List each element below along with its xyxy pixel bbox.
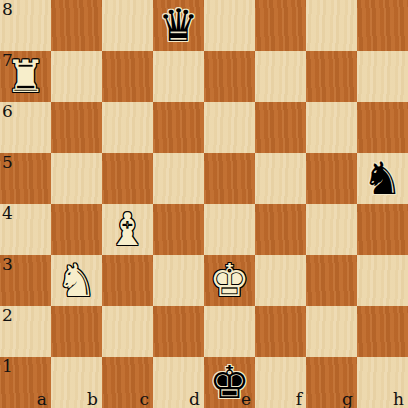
square-f4[interactable] bbox=[255, 204, 306, 255]
square-e4[interactable] bbox=[204, 204, 255, 255]
square-b5[interactable] bbox=[51, 153, 102, 204]
rank-label-6: 6 bbox=[2, 103, 13, 120]
file-label-b: b bbox=[87, 391, 98, 408]
square-b3[interactable]: ♞ bbox=[51, 255, 102, 306]
square-d6[interactable] bbox=[153, 102, 204, 153]
square-f8[interactable] bbox=[255, 0, 306, 51]
square-g3[interactable] bbox=[306, 255, 357, 306]
square-g7[interactable] bbox=[306, 51, 357, 102]
square-c8[interactable] bbox=[102, 0, 153, 51]
square-a8[interactable]: 8 bbox=[0, 0, 51, 51]
square-c3[interactable] bbox=[102, 255, 153, 306]
file-label-f: f bbox=[296, 391, 302, 408]
black-queen-d8[interactable]: ♛ bbox=[158, 0, 198, 51]
file-label-g: g bbox=[342, 391, 353, 408]
file-label-h: h bbox=[393, 391, 404, 408]
square-h2[interactable] bbox=[357, 306, 408, 357]
square-b1[interactable]: b bbox=[51, 357, 102, 408]
chess-board: 8♛7♜65♞4♝3♞♚21abcde♚fgh bbox=[0, 0, 408, 408]
square-g2[interactable] bbox=[306, 306, 357, 357]
square-b6[interactable] bbox=[51, 102, 102, 153]
white-bishop-c4[interactable]: ♝ bbox=[107, 204, 147, 255]
square-c4[interactable]: ♝ bbox=[102, 204, 153, 255]
square-d4[interactable] bbox=[153, 204, 204, 255]
rank-label-4: 4 bbox=[2, 205, 13, 222]
square-c5[interactable] bbox=[102, 153, 153, 204]
white-knight-b3[interactable]: ♞ bbox=[56, 255, 96, 306]
square-d7[interactable] bbox=[153, 51, 204, 102]
square-e5[interactable] bbox=[204, 153, 255, 204]
square-g8[interactable] bbox=[306, 0, 357, 51]
square-e7[interactable] bbox=[204, 51, 255, 102]
square-a7[interactable]: 7♜ bbox=[0, 51, 51, 102]
rank-label-8: 8 bbox=[2, 1, 13, 18]
square-d3[interactable] bbox=[153, 255, 204, 306]
square-h8[interactable] bbox=[357, 0, 408, 51]
square-c7[interactable] bbox=[102, 51, 153, 102]
square-h6[interactable] bbox=[357, 102, 408, 153]
square-e6[interactable] bbox=[204, 102, 255, 153]
square-f1[interactable]: f bbox=[255, 357, 306, 408]
file-label-e: e bbox=[241, 391, 251, 408]
black-knight-h5[interactable]: ♞ bbox=[362, 153, 402, 204]
white-king-e3[interactable]: ♚ bbox=[209, 255, 249, 306]
square-f7[interactable] bbox=[255, 51, 306, 102]
square-h1[interactable]: h bbox=[357, 357, 408, 408]
square-f3[interactable] bbox=[255, 255, 306, 306]
rank-label-5: 5 bbox=[2, 154, 13, 171]
square-g6[interactable] bbox=[306, 102, 357, 153]
file-label-a: a bbox=[37, 391, 47, 408]
square-f6[interactable] bbox=[255, 102, 306, 153]
square-d8[interactable]: ♛ bbox=[153, 0, 204, 51]
rank-label-3: 3 bbox=[2, 256, 13, 273]
square-a2[interactable]: 2 bbox=[0, 306, 51, 357]
square-g1[interactable]: g bbox=[306, 357, 357, 408]
square-h3[interactable] bbox=[357, 255, 408, 306]
square-b7[interactable] bbox=[51, 51, 102, 102]
square-h4[interactable] bbox=[357, 204, 408, 255]
square-a1[interactable]: 1a bbox=[0, 357, 51, 408]
square-b4[interactable] bbox=[51, 204, 102, 255]
square-f2[interactable] bbox=[255, 306, 306, 357]
square-d1[interactable]: d bbox=[153, 357, 204, 408]
square-a3[interactable]: 3 bbox=[0, 255, 51, 306]
square-a6[interactable]: 6 bbox=[0, 102, 51, 153]
rank-label-7: 7 bbox=[2, 52, 13, 69]
square-a4[interactable]: 4 bbox=[0, 204, 51, 255]
square-e1[interactable]: e♚ bbox=[204, 357, 255, 408]
square-e3[interactable]: ♚ bbox=[204, 255, 255, 306]
square-b2[interactable] bbox=[51, 306, 102, 357]
square-e2[interactable] bbox=[204, 306, 255, 357]
square-c1[interactable]: c bbox=[102, 357, 153, 408]
file-label-d: d bbox=[189, 391, 200, 408]
square-e8[interactable] bbox=[204, 0, 255, 51]
square-d2[interactable] bbox=[153, 306, 204, 357]
rank-label-2: 2 bbox=[2, 307, 13, 324]
square-d5[interactable] bbox=[153, 153, 204, 204]
square-g4[interactable] bbox=[306, 204, 357, 255]
square-c6[interactable] bbox=[102, 102, 153, 153]
square-f5[interactable] bbox=[255, 153, 306, 204]
square-g5[interactable] bbox=[306, 153, 357, 204]
square-h7[interactable] bbox=[357, 51, 408, 102]
square-c2[interactable] bbox=[102, 306, 153, 357]
rank-label-1: 1 bbox=[2, 358, 13, 375]
square-b8[interactable] bbox=[51, 0, 102, 51]
file-label-c: c bbox=[139, 391, 149, 408]
square-a5[interactable]: 5 bbox=[0, 153, 51, 204]
square-h5[interactable]: ♞ bbox=[357, 153, 408, 204]
